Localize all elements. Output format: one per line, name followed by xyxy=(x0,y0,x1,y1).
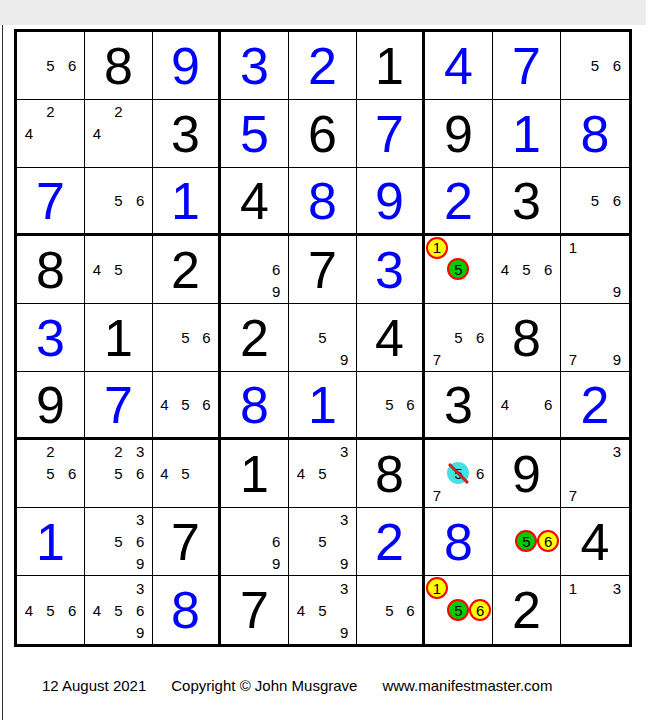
given-digit: 8 xyxy=(104,40,133,92)
pencil-slot-5: 5 xyxy=(584,190,606,211)
pencil-slot-6: 6 xyxy=(196,327,217,349)
pencil-slot-5: 5 xyxy=(448,259,470,281)
candidate-5: 5 xyxy=(454,262,462,277)
pencil-slot-5: 5 xyxy=(40,55,62,77)
candidate-9: 9 xyxy=(340,352,348,367)
pencil-slot-3 xyxy=(606,305,628,327)
solved-digit: 1 xyxy=(171,175,200,227)
candidate-6: 6 xyxy=(272,534,280,549)
pencil-slot-2 xyxy=(40,33,62,55)
cell-r5c5[interactable]: 59 xyxy=(289,304,357,372)
pencil-slot-7 xyxy=(154,415,175,436)
pencil-marks: 34569 xyxy=(86,577,151,643)
pencil-slot-1 xyxy=(494,373,516,394)
pencil-slot-4 xyxy=(18,55,40,77)
pencil-slot-9: 9 xyxy=(333,348,355,370)
pencil-slot-6 xyxy=(61,123,83,145)
pencil-slot-5: 5 xyxy=(516,259,538,281)
cell-r2c2[interactable]: 24 xyxy=(85,100,153,168)
pencil-slot-5: 5 xyxy=(312,327,334,349)
pencil-slot-8 xyxy=(175,484,196,506)
pencil-slot-1 xyxy=(154,373,175,394)
pencil-slot-5: 5 xyxy=(108,531,130,553)
cell-r9c6[interactable]: 56 xyxy=(357,576,425,644)
pencil-slot-8 xyxy=(448,621,470,643)
pencil-slot-3 xyxy=(265,237,287,259)
pencil-slot-7 xyxy=(86,552,108,574)
cell-r5c2[interactable]: 1 xyxy=(85,304,153,372)
pencil-slot-2 xyxy=(516,237,538,259)
pencil-slot-1 xyxy=(154,441,175,463)
cell-r1c8[interactable]: 7 xyxy=(493,32,561,100)
pencil-marks: 3569 xyxy=(86,509,151,574)
candidate-9: 9 xyxy=(272,284,280,299)
pencil-slot-2 xyxy=(448,305,470,327)
candidate-1: 1 xyxy=(569,581,577,596)
candidate-5: 5 xyxy=(318,330,326,345)
pencil-slot-8 xyxy=(40,76,62,98)
pencil-slot-7 xyxy=(494,415,516,436)
cell-r2c7[interactable]: 9 xyxy=(425,100,493,168)
cell-r9c7[interactable]: 156 xyxy=(425,576,493,644)
pencil-slot-3 xyxy=(606,169,628,190)
solved-digit: 3 xyxy=(36,312,65,364)
cell-r2c5[interactable]: 6 xyxy=(289,100,357,168)
candidate-4: 4 xyxy=(25,126,33,141)
pencil-slot-5 xyxy=(40,123,62,145)
cell-r8c6[interactable]: 2 xyxy=(357,508,425,576)
candidate-2: 2 xyxy=(46,104,54,119)
cell-r8c8[interactable]: 56 xyxy=(493,508,561,576)
candidate-6: 6 xyxy=(544,262,552,277)
cell-r9c8[interactable]: 2 xyxy=(493,576,561,644)
pencil-slot-8 xyxy=(312,484,334,506)
cell-r3c2[interactable]: 56 xyxy=(85,168,153,236)
candidate-4: 4 xyxy=(93,262,101,277)
cell-r7c6[interactable]: 8 xyxy=(357,440,425,508)
pencil-slot-9 xyxy=(537,552,559,574)
candidate-4: 4 xyxy=(25,603,33,618)
candidate-3: 3 xyxy=(340,581,348,596)
pencil-slot-1 xyxy=(494,509,516,531)
pencil-slot-8 xyxy=(175,415,196,436)
pencil-slot-5: 5 xyxy=(379,394,400,415)
pencil-marks: 156 xyxy=(426,577,491,643)
pencil-slot-6: 6 xyxy=(129,463,151,485)
cell-r4c1[interactable]: 8 xyxy=(17,236,85,304)
pencil-slot-1 xyxy=(358,373,379,394)
pencil-slot-9 xyxy=(400,621,421,643)
cell-r4c7[interactable]: 15 xyxy=(425,236,493,304)
pencil-slot-3 xyxy=(129,237,151,259)
candidate-9: 9 xyxy=(136,556,144,571)
candidate-6: 6 xyxy=(544,397,552,412)
cell-r5c7[interactable]: 567 xyxy=(425,304,493,372)
pencil-slot-1 xyxy=(562,305,584,327)
pencil-slot-9 xyxy=(537,280,559,302)
pencil-marks: 79 xyxy=(562,305,628,370)
pencil-slot-9 xyxy=(196,348,217,370)
pencil-slot-1: 1 xyxy=(562,237,584,259)
pencil-marks: 15 xyxy=(426,237,491,302)
pencil-slot-5: 5 xyxy=(40,599,62,621)
cell-r1c3[interactable]: 9 xyxy=(153,32,221,100)
cell-r9c1[interactable]: 456 xyxy=(17,576,85,644)
solved-digit: 7 xyxy=(512,40,541,92)
cell-r1c5[interactable]: 2 xyxy=(289,32,357,100)
pencil-slot-2 xyxy=(584,577,606,599)
pencil-slot-1 xyxy=(18,33,40,55)
pencil-slot-9: 9 xyxy=(129,621,151,643)
cell-r1c1[interactable]: 56 xyxy=(17,32,85,100)
pencil-slot-5 xyxy=(584,599,606,621)
cell-r7c4[interactable]: 1 xyxy=(221,440,289,508)
pencil-slot-3 xyxy=(196,373,217,394)
cell-r7c2[interactable]: 2356 xyxy=(85,440,153,508)
pencil-slot-8 xyxy=(448,348,470,370)
pencil-slot-7 xyxy=(358,415,379,436)
cell-r1c9[interactable]: 56 xyxy=(561,32,629,100)
pencil-slot-7: 7 xyxy=(426,484,448,506)
candidate-3: 3 xyxy=(340,444,348,459)
pencil-slot-5: 5 xyxy=(108,190,130,211)
cell-r5c3[interactable]: 56 xyxy=(153,304,221,372)
pencil-marks: 56 xyxy=(494,509,559,574)
page-edge-line xyxy=(2,0,3,720)
candidate-6: 6 xyxy=(202,397,210,412)
cell-r6c5[interactable]: 1 xyxy=(289,372,357,440)
given-digit: 1 xyxy=(240,448,269,500)
pencil-slot-6: 6 xyxy=(61,463,83,485)
candidate-5: 5 xyxy=(46,603,54,618)
candidate-7: 7 xyxy=(433,488,441,503)
cell-r3c4[interactable]: 4 xyxy=(221,168,289,236)
cell-r3c6[interactable]: 9 xyxy=(357,168,425,236)
candidate-5: 5 xyxy=(318,534,326,549)
pencil-slot-5 xyxy=(584,327,606,349)
pencil-slot-4: 4 xyxy=(18,123,40,145)
pencil-slot-8 xyxy=(312,621,334,643)
pencil-marks: 56 xyxy=(154,305,217,370)
cell-r9c4[interactable]: 7 xyxy=(221,576,289,644)
pencil-slot-8 xyxy=(108,211,130,232)
cell-r3c5[interactable]: 8 xyxy=(289,168,357,236)
pencil-slot-2 xyxy=(175,305,196,327)
cell-r6c6[interactable]: 56 xyxy=(357,372,425,440)
cell-r9c3[interactable]: 8 xyxy=(153,576,221,644)
pencil-slot-9 xyxy=(61,144,83,166)
given-digit: 7 xyxy=(171,516,200,568)
pencil-slot-2: 2 xyxy=(108,441,130,463)
pencil-slot-8 xyxy=(108,144,130,166)
candidate-6: 6 xyxy=(136,603,144,618)
pencil-slot-3 xyxy=(61,33,83,55)
pencil-slot-2: 2 xyxy=(40,441,62,463)
pencil-slot-9: 9 xyxy=(333,621,355,643)
pencil-marks: 56 xyxy=(562,33,628,98)
pencil-slot-9: 9 xyxy=(333,552,355,574)
pencil-slot-7 xyxy=(494,552,516,574)
top-band xyxy=(0,0,646,25)
cell-r5c6[interactable]: 4 xyxy=(357,304,425,372)
cell-r4c3[interactable]: 2 xyxy=(153,236,221,304)
candidate-3: 3 xyxy=(613,581,621,596)
cell-r8c1[interactable]: 1 xyxy=(17,508,85,576)
pencil-marks: 69 xyxy=(222,509,287,574)
pencil-slot-8 xyxy=(108,552,130,574)
cell-r8c7[interactable]: 8 xyxy=(425,508,493,576)
pencil-slot-7 xyxy=(86,144,108,166)
cell-r3c1[interactable]: 7 xyxy=(17,168,85,236)
pencil-slot-7 xyxy=(86,621,108,643)
cell-r4c6[interactable]: 3 xyxy=(357,236,425,304)
pencil-slot-7 xyxy=(86,211,108,232)
cell-r2c1[interactable]: 24 xyxy=(17,100,85,168)
pencil-slot-7 xyxy=(426,280,448,302)
cell-r4c8[interactable]: 456 xyxy=(493,236,561,304)
given-digit: 7 xyxy=(308,244,337,296)
pencil-slot-6: 6 xyxy=(469,463,491,485)
pencil-slot-3: 3 xyxy=(333,509,355,531)
pencil-slot-1 xyxy=(494,237,516,259)
candidate-5: 5 xyxy=(46,58,54,73)
pencil-slot-6 xyxy=(606,327,628,349)
pencil-slot-1 xyxy=(222,237,244,259)
cell-r8c9[interactable]: 4 xyxy=(561,508,629,576)
cell-r2c8[interactable]: 1 xyxy=(493,100,561,168)
cell-r6c3[interactable]: 456 xyxy=(153,372,221,440)
pencil-slot-7 xyxy=(154,484,175,506)
pencil-slot-2 xyxy=(108,237,130,259)
pencil-marks: 56 xyxy=(18,33,83,98)
candidate-3: 3 xyxy=(613,444,621,459)
cell-r4c4[interactable]: 69 xyxy=(221,236,289,304)
cell-r5c4[interactable]: 2 xyxy=(221,304,289,372)
cell-r3c7[interactable]: 2 xyxy=(425,168,493,236)
pencil-slot-8 xyxy=(108,621,130,643)
cell-r1c4[interactable]: 3 xyxy=(221,32,289,100)
pencil-slot-3 xyxy=(333,305,355,327)
pencil-slot-6: 6 xyxy=(196,394,217,415)
pencil-slot-4 xyxy=(86,531,108,553)
cell-r8c2[interactable]: 3569 xyxy=(85,508,153,576)
pencil-slot-2 xyxy=(584,305,606,327)
pencil-slot-7 xyxy=(18,144,40,166)
candidate-6: 6 xyxy=(136,534,144,549)
pencil-slot-6: 6 xyxy=(265,259,287,281)
pencil-slot-9 xyxy=(196,484,217,506)
pencil-slot-3: 3 xyxy=(129,509,151,531)
cell-r4c2[interactable]: 45 xyxy=(85,236,153,304)
pencil-slot-1 xyxy=(562,169,584,190)
pencil-slot-9: 9 xyxy=(265,280,287,302)
candidate-5: 5 xyxy=(454,603,462,618)
cell-r6c4[interactable]: 8 xyxy=(221,372,289,440)
solved-digit: 3 xyxy=(240,40,269,92)
cell-r3c8[interactable]: 3 xyxy=(493,168,561,236)
candidate-9: 9 xyxy=(340,556,348,571)
candidate-3: 3 xyxy=(136,512,144,527)
cell-r6c8[interactable]: 46 xyxy=(493,372,561,440)
cell-r1c7[interactable]: 4 xyxy=(425,32,493,100)
pencil-slot-1 xyxy=(290,305,312,327)
candidate-5: 5 xyxy=(454,330,462,345)
pencil-slot-8 xyxy=(312,552,334,574)
pencil-slot-2: 2 xyxy=(40,101,62,123)
pencil-slot-5: 5 xyxy=(108,463,130,485)
pencil-slot-7: 7 xyxy=(426,348,448,370)
given-digit: 4 xyxy=(581,516,610,568)
pencil-slot-4: 4 xyxy=(86,123,108,145)
pencil-slot-6 xyxy=(129,123,151,145)
pencil-marks: 45 xyxy=(154,441,217,506)
pencil-slot-7 xyxy=(494,280,516,302)
pencil-slot-5: 5 xyxy=(516,531,538,553)
pencil-slot-4 xyxy=(290,531,312,553)
cell-r5c1[interactable]: 3 xyxy=(17,304,85,372)
pencil-slot-5: 5 xyxy=(448,327,470,349)
pencil-slot-8 xyxy=(312,348,334,370)
candidate-3: 3 xyxy=(136,444,144,459)
cell-r7c1[interactable]: 256 xyxy=(17,440,85,508)
cell-r9c5[interactable]: 3459 xyxy=(289,576,357,644)
pencil-slot-3: 3 xyxy=(333,441,355,463)
pencil-slot-6: 6 xyxy=(537,531,559,553)
pencil-slot-2 xyxy=(584,237,606,259)
cell-r3c9[interactable]: 56 xyxy=(561,168,629,236)
pencil-slot-9 xyxy=(606,211,628,232)
cell-r2c6[interactable]: 7 xyxy=(357,100,425,168)
pencil-slot-7 xyxy=(562,211,584,232)
cell-r5c8[interactable]: 8 xyxy=(493,304,561,372)
cell-r9c2[interactable]: 34569 xyxy=(85,576,153,644)
candidate-7: 7 xyxy=(433,352,441,367)
candidate-1: 1 xyxy=(433,581,441,596)
pencil-slot-4 xyxy=(562,190,584,211)
pencil-slot-6: 6 xyxy=(61,599,83,621)
pencil-slot-6: 6 xyxy=(469,599,491,621)
cell-r4c5[interactable]: 7 xyxy=(289,236,357,304)
pencil-slot-2 xyxy=(108,509,130,531)
cell-r8c5[interactable]: 359 xyxy=(289,508,357,576)
candidate-5: 5 xyxy=(318,466,326,481)
pencil-slot-5: 5 xyxy=(108,259,130,281)
cell-r5c9[interactable]: 79 xyxy=(561,304,629,372)
pencil-slot-9 xyxy=(129,280,151,302)
candidate-2: 2 xyxy=(114,444,122,459)
cell-r6c7[interactable]: 3 xyxy=(425,372,493,440)
cell-r4c9[interactable]: 19 xyxy=(561,236,629,304)
cell-r6c9[interactable]: 2 xyxy=(561,372,629,440)
pencil-slot-4 xyxy=(426,599,448,621)
footer-website: www.manifestmaster.com xyxy=(382,677,552,694)
pencil-slot-3: 3 xyxy=(606,577,628,599)
given-digit: 6 xyxy=(308,108,337,160)
pencil-slot-3 xyxy=(196,441,217,463)
pencil-slot-4 xyxy=(426,327,448,349)
pencil-slot-9 xyxy=(196,415,217,436)
pencil-slot-6: 6 xyxy=(537,394,559,415)
given-digit: 8 xyxy=(375,448,404,500)
pencil-marks: 456 xyxy=(18,577,83,643)
pencil-slot-3 xyxy=(196,305,217,327)
pencil-marks: 456 xyxy=(494,237,559,302)
candidate-5: 5 xyxy=(114,193,122,208)
pencil-marks: 13 xyxy=(562,577,628,643)
cell-r1c6[interactable]: 1 xyxy=(357,32,425,100)
pencil-slot-2 xyxy=(312,305,334,327)
solved-digit: 2 xyxy=(581,379,610,431)
pencil-slot-3 xyxy=(606,33,628,55)
candidate-1: 1 xyxy=(433,240,441,255)
given-digit: 4 xyxy=(240,175,269,227)
pencil-slot-1 xyxy=(290,509,312,531)
pencil-slot-2 xyxy=(312,509,334,531)
pencil-slot-7 xyxy=(154,348,175,370)
pencil-slot-7 xyxy=(426,621,448,643)
pencil-slot-2 xyxy=(244,237,266,259)
given-digit: 9 xyxy=(444,108,473,160)
candidate-9: 9 xyxy=(613,284,621,299)
pencil-slot-7 xyxy=(18,484,40,506)
pencil-slot-8 xyxy=(40,144,62,166)
cell-r6c2[interactable]: 7 xyxy=(85,372,153,440)
cell-r2c9[interactable]: 8 xyxy=(561,100,629,168)
pencil-slot-7 xyxy=(562,76,584,98)
cell-r8c4[interactable]: 69 xyxy=(221,508,289,576)
pencil-slot-5: 5 xyxy=(175,327,196,349)
pencil-slot-7 xyxy=(358,621,379,643)
candidate-6: 6 xyxy=(613,58,621,73)
cell-r7c7[interactable]: 567 xyxy=(425,440,493,508)
pencil-slot-6: 6 xyxy=(400,394,421,415)
cell-r2c4[interactable]: 5 xyxy=(221,100,289,168)
pencil-slot-6: 6 xyxy=(129,531,151,553)
pencil-slot-2 xyxy=(175,441,196,463)
cell-r1c2[interactable]: 8 xyxy=(85,32,153,100)
pencil-slot-1 xyxy=(562,441,584,463)
cell-r8c3[interactable]: 7 xyxy=(153,508,221,576)
pencil-slot-5: 5 xyxy=(312,463,334,485)
pencil-slot-5: 5 xyxy=(312,599,334,621)
pencil-slot-1: 1 xyxy=(426,237,448,259)
given-digit: 3 xyxy=(512,175,541,227)
cell-r3c3[interactable]: 1 xyxy=(153,168,221,236)
pencil-slot-8 xyxy=(244,280,266,302)
cell-r7c3[interactable]: 45 xyxy=(153,440,221,508)
cell-r7c9[interactable]: 37 xyxy=(561,440,629,508)
cell-r6c1[interactable]: 9 xyxy=(17,372,85,440)
given-digit: 9 xyxy=(512,448,541,500)
pencil-slot-8 xyxy=(584,280,606,302)
cell-r9c9[interactable]: 13 xyxy=(561,576,629,644)
cell-r7c8[interactable]: 9 xyxy=(493,440,561,508)
candidate-6: 6 xyxy=(476,603,484,618)
pencil-slot-4 xyxy=(358,599,379,621)
candidate-5: 5 xyxy=(591,58,599,73)
cell-r2c3[interactable]: 3 xyxy=(153,100,221,168)
solved-digit: 9 xyxy=(375,175,404,227)
cell-r7c5[interactable]: 345 xyxy=(289,440,357,508)
solved-digit: 2 xyxy=(375,516,404,568)
pencil-slot-7 xyxy=(222,280,244,302)
pencil-slot-6 xyxy=(469,259,491,281)
candidate-6: 6 xyxy=(68,58,76,73)
pencil-marks: 19 xyxy=(562,237,628,302)
pencil-slot-3 xyxy=(61,577,83,599)
candidate-6: 6 xyxy=(68,466,76,481)
solved-digit: 1 xyxy=(36,516,65,568)
